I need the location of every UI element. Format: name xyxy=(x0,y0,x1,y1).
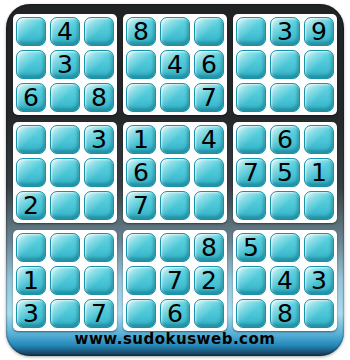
block-1-1: 4368 xyxy=(13,14,117,115)
cell-r2c5[interactable]: 4 xyxy=(160,50,190,79)
cell-r6c4[interactable]: 7 xyxy=(126,191,156,220)
block-3-3: 5438 xyxy=(233,230,337,331)
cell-r7c8[interactable] xyxy=(270,233,300,262)
cell-r8c9[interactable]: 3 xyxy=(304,266,334,295)
cell-r7c6[interactable]: 8 xyxy=(194,233,224,262)
cell-r3c9[interactable] xyxy=(304,83,334,112)
cell-r5c6[interactable] xyxy=(194,158,224,187)
cell-r7c4[interactable] xyxy=(126,233,156,262)
cell-r5c1[interactable] xyxy=(16,158,46,187)
cell-r3c3[interactable]: 8 xyxy=(84,83,114,112)
cell-r5c4[interactable]: 6 xyxy=(126,158,156,187)
cell-r7c2[interactable] xyxy=(50,233,80,262)
block-2-2: 1467 xyxy=(123,122,227,223)
cell-r7c7[interactable]: 5 xyxy=(236,233,266,262)
cell-r6c9[interactable] xyxy=(304,191,334,220)
cell-r3c1[interactable]: 6 xyxy=(16,83,46,112)
cell-r7c5[interactable] xyxy=(160,233,190,262)
cell-r5c7[interactable]: 7 xyxy=(236,158,266,187)
cell-r2c6[interactable]: 6 xyxy=(194,50,224,79)
cell-r6c6[interactable] xyxy=(194,191,224,220)
cell-r2c2[interactable]: 3 xyxy=(50,50,80,79)
sudoku-board: 4368846739321467675113787265438 xyxy=(13,14,337,331)
cell-r4c7[interactable] xyxy=(236,125,266,154)
cell-r4c5[interactable] xyxy=(160,125,190,154)
block-3-1: 137 xyxy=(13,230,117,331)
cell-r6c5[interactable] xyxy=(160,191,190,220)
cell-r4c8[interactable]: 6 xyxy=(270,125,300,154)
block-1-3: 39 xyxy=(233,14,337,115)
block-2-1: 32 xyxy=(13,122,117,223)
cell-r2c1[interactable] xyxy=(16,50,46,79)
cell-r8c1[interactable]: 1 xyxy=(16,266,46,295)
cell-r7c1[interactable] xyxy=(16,233,46,262)
cell-r2c4[interactable] xyxy=(126,50,156,79)
cell-r5c8[interactable]: 5 xyxy=(270,158,300,187)
cell-r8c7[interactable] xyxy=(236,266,266,295)
cell-r1c9[interactable]: 9 xyxy=(304,17,334,46)
cell-r4c1[interactable] xyxy=(16,125,46,154)
cell-r1c2[interactable]: 4 xyxy=(50,17,80,46)
sudoku-frame: 4368846739321467675113787265438 www.sudo… xyxy=(6,4,344,356)
cell-r6c2[interactable] xyxy=(50,191,80,220)
footer-url: www.sudokusweb.com xyxy=(6,330,344,348)
cell-r1c7[interactable] xyxy=(236,17,266,46)
cell-r2c9[interactable] xyxy=(304,50,334,79)
cell-r8c4[interactable] xyxy=(126,266,156,295)
cell-r1c3[interactable] xyxy=(84,17,114,46)
cell-r7c9[interactable] xyxy=(304,233,334,262)
cell-r1c5[interactable] xyxy=(160,17,190,46)
cell-r4c3[interactable]: 3 xyxy=(84,125,114,154)
cell-r9c5[interactable]: 6 xyxy=(160,299,190,328)
cell-r8c5[interactable]: 7 xyxy=(160,266,190,295)
cell-r1c1[interactable] xyxy=(16,17,46,46)
cell-r4c4[interactable]: 1 xyxy=(126,125,156,154)
cell-r1c4[interactable]: 8 xyxy=(126,17,156,46)
cell-r9c9[interactable] xyxy=(304,299,334,328)
cell-r4c6[interactable]: 4 xyxy=(194,125,224,154)
cell-r3c7[interactable] xyxy=(236,83,266,112)
cell-r4c9[interactable] xyxy=(304,125,334,154)
cell-r3c8[interactable] xyxy=(270,83,300,112)
cell-r6c7[interactable] xyxy=(236,191,266,220)
cell-r2c8[interactable] xyxy=(270,50,300,79)
block-1-2: 8467 xyxy=(123,14,227,115)
cell-r9c2[interactable] xyxy=(50,299,80,328)
cell-r7c3[interactable] xyxy=(84,233,114,262)
cell-r1c6[interactable] xyxy=(194,17,224,46)
cell-r5c3[interactable] xyxy=(84,158,114,187)
cell-r9c7[interactable] xyxy=(236,299,266,328)
cell-r1c8[interactable]: 3 xyxy=(270,17,300,46)
cell-r5c5[interactable] xyxy=(160,158,190,187)
cell-r5c2[interactable] xyxy=(50,158,80,187)
cell-r5c9[interactable]: 1 xyxy=(304,158,334,187)
block-2-3: 6751 xyxy=(233,122,337,223)
cell-r3c6[interactable]: 7 xyxy=(194,83,224,112)
cell-r8c3[interactable] xyxy=(84,266,114,295)
block-3-2: 8726 xyxy=(123,230,227,331)
cell-r9c1[interactable]: 3 xyxy=(16,299,46,328)
cell-r3c2[interactable] xyxy=(50,83,80,112)
cell-r3c4[interactable] xyxy=(126,83,156,112)
cell-r9c6[interactable] xyxy=(194,299,224,328)
cell-r8c6[interactable]: 2 xyxy=(194,266,224,295)
cell-r2c7[interactable] xyxy=(236,50,266,79)
cell-r8c8[interactable]: 4 xyxy=(270,266,300,295)
cell-r9c4[interactable] xyxy=(126,299,156,328)
cell-r9c3[interactable]: 7 xyxy=(84,299,114,328)
cell-r6c8[interactable] xyxy=(270,191,300,220)
cell-r6c3[interactable] xyxy=(84,191,114,220)
cell-r9c8[interactable]: 8 xyxy=(270,299,300,328)
page-background: 4368846739321467675113787265438 www.sudo… xyxy=(0,0,350,360)
cell-r2c3[interactable] xyxy=(84,50,114,79)
cell-r6c1[interactable]: 2 xyxy=(16,191,46,220)
cell-r4c2[interactable] xyxy=(50,125,80,154)
cell-r3c5[interactable] xyxy=(160,83,190,112)
cell-r8c2[interactable] xyxy=(50,266,80,295)
